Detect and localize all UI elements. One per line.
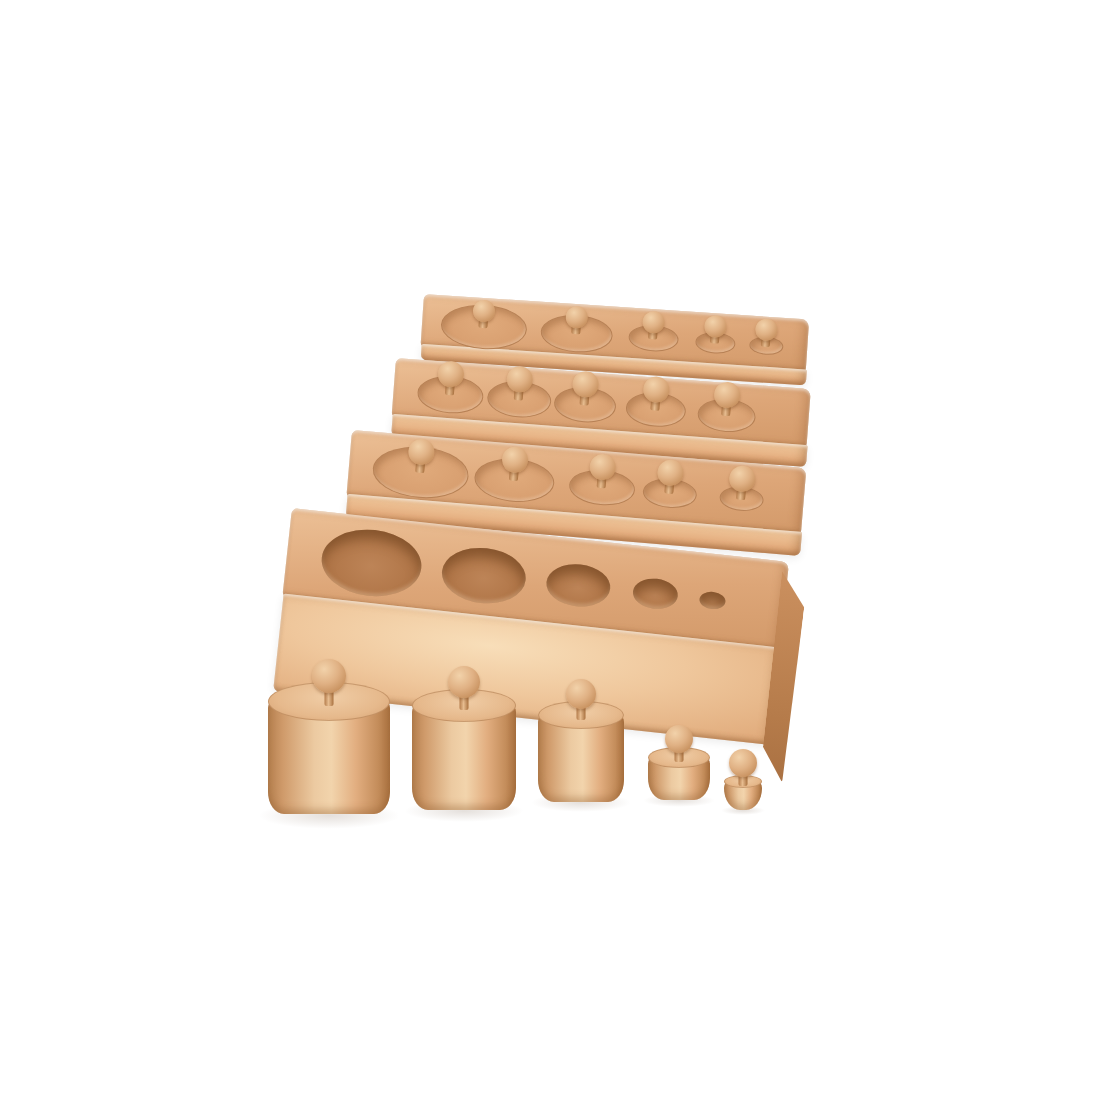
knob-ball xyxy=(729,749,757,777)
cylinder-knob xyxy=(446,666,482,710)
loose-cylinder-4 xyxy=(648,722,710,810)
cylinder-knob xyxy=(586,453,619,489)
cylinder-knob xyxy=(563,305,591,335)
loose-cylinder-3 xyxy=(538,684,624,812)
loose-cylinder-5 xyxy=(724,742,762,820)
cylinder-knob xyxy=(727,749,759,786)
knob-ball xyxy=(657,459,685,487)
cylinder-knob xyxy=(654,459,687,495)
knob-ball xyxy=(566,679,596,709)
cylinder-knob xyxy=(503,365,535,401)
cylinder-knob xyxy=(710,381,742,417)
knob-ball xyxy=(643,376,671,404)
cylinder-knob xyxy=(564,679,598,720)
knob-ball xyxy=(665,725,693,753)
cylinder-knob xyxy=(663,725,695,762)
cylinder-knob xyxy=(498,446,531,482)
cylinder-knob xyxy=(470,299,498,329)
knob-ball xyxy=(572,370,600,398)
cylinder-knob xyxy=(640,376,672,412)
knob-ball xyxy=(642,311,665,334)
knob-ball xyxy=(501,446,529,474)
knob-ball xyxy=(704,315,727,338)
cylinder-knob xyxy=(701,315,729,345)
knob-ball xyxy=(506,365,534,393)
knob-ball xyxy=(589,453,617,481)
cylinder-knob xyxy=(752,318,780,348)
cylinder-knob xyxy=(569,370,601,406)
knob-ball xyxy=(312,659,346,693)
knob-ball xyxy=(472,299,495,322)
montessori-cylinder-blocks-photo xyxy=(0,0,1120,1120)
loose-cylinder-2 xyxy=(412,656,516,820)
loose-cylinder-1 xyxy=(268,648,390,824)
knob-ball xyxy=(565,305,588,328)
knob-ball xyxy=(713,381,741,409)
knob-ball xyxy=(448,666,480,698)
knob-ball xyxy=(728,465,756,493)
knob-ball xyxy=(437,360,465,388)
cylinder-knob xyxy=(310,659,348,706)
cylinder-knob xyxy=(435,360,467,396)
cylinder-knob xyxy=(726,465,759,501)
knob-ball xyxy=(755,318,778,341)
knob-ball xyxy=(407,438,435,466)
cylinder-knob xyxy=(639,310,667,340)
cylinder-knob xyxy=(405,438,438,474)
